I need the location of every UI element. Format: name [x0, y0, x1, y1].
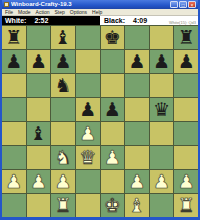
square-d7[interactable] [76, 50, 100, 73]
square-a8[interactable]: ♜ [2, 26, 26, 49]
menu-options[interactable]: Options [70, 9, 87, 16]
square-e5[interactable]: ♟ [101, 98, 125, 121]
square-c4[interactable] [51, 122, 75, 145]
black-knight: ♞ [55, 76, 72, 95]
square-h3[interactable] [174, 146, 198, 169]
square-a6[interactable] [2, 74, 26, 97]
white-clock: White: 2:52 [2, 16, 100, 25]
square-c5[interactable] [51, 98, 75, 121]
square-g7[interactable]: ♟ [150, 50, 174, 73]
square-c7[interactable]: ♟ [51, 50, 75, 73]
square-f2[interactable]: ♟ [125, 170, 149, 193]
square-c1[interactable]: ♜ [51, 194, 75, 217]
black-clock: Black: 4:09 [100, 16, 151, 25]
white-pawn: ♟ [79, 124, 96, 143]
square-d3[interactable]: ♛ [76, 146, 100, 169]
menu-help[interactable]: Help [92, 9, 102, 16]
white-bishop: ♝ [128, 196, 145, 215]
square-e3[interactable]: ♟ [101, 146, 125, 169]
square-h1[interactable]: ♜ [174, 194, 198, 217]
white-queen: ♛ [79, 148, 96, 167]
black-pawn: ♟ [30, 52, 47, 71]
white-pawn: ♟ [153, 172, 170, 191]
square-f4[interactable] [125, 122, 149, 145]
square-b5[interactable] [27, 98, 51, 121]
square-c3[interactable]: ♞ [51, 146, 75, 169]
square-g1[interactable] [150, 194, 174, 217]
square-g5[interactable]: ♛ [150, 98, 174, 121]
square-a2[interactable]: ♟ [2, 170, 26, 193]
square-b8[interactable] [27, 26, 51, 49]
minimize-button[interactable]: _ [170, 1, 178, 8]
square-d6[interactable] [76, 74, 100, 97]
square-c8[interactable]: ♝ [51, 26, 75, 49]
black-pawn: ♟ [153, 52, 170, 71]
chess-board: ♜♝♚♜♟♟♟♟♟♟♞♟♟♛♝♟♞♛♟♟♟♟♟♟♟♜♚♝♜ [2, 25, 198, 217]
square-b6[interactable] [27, 74, 51, 97]
window-title: Winboard-Crafty-19.3 [11, 0, 168, 9]
menu-mode[interactable]: Mode [18, 9, 31, 16]
square-f8[interactable] [125, 26, 149, 49]
black-pawn: ♟ [55, 52, 72, 71]
square-h4[interactable] [174, 122, 198, 145]
square-g6[interactable] [150, 74, 174, 97]
square-e4[interactable] [101, 122, 125, 145]
square-e7[interactable] [101, 50, 125, 73]
maximize-button[interactable]: □ [179, 1, 187, 8]
white-rook: ♜ [55, 196, 72, 215]
white-pawn: ♟ [128, 172, 145, 191]
square-d8[interactable] [76, 26, 100, 49]
white-pawn: ♟ [30, 172, 47, 191]
square-e2[interactable] [101, 170, 125, 193]
square-h6[interactable] [174, 74, 198, 97]
black-pawn: ♟ [79, 100, 96, 119]
white-clock-time: 2:52 [34, 17, 48, 24]
black-bishop: ♝ [30, 124, 47, 143]
square-e1[interactable]: ♚ [101, 194, 125, 217]
black-pawn: ♟ [128, 52, 145, 71]
menu-step[interactable]: Step [54, 9, 64, 16]
square-g3[interactable] [150, 146, 174, 169]
black-pawn: ♟ [5, 52, 22, 71]
square-c2[interactable]: ♟ [51, 170, 75, 193]
square-b2[interactable]: ♟ [27, 170, 51, 193]
square-g4[interactable] [150, 122, 174, 145]
square-b1[interactable] [27, 194, 51, 217]
square-a1[interactable] [2, 194, 26, 217]
square-a3[interactable] [2, 146, 26, 169]
black-pawn: ♟ [178, 52, 195, 71]
square-g2[interactable]: ♟ [150, 170, 174, 193]
square-h8[interactable]: ♜ [174, 26, 198, 49]
square-h5[interactable] [174, 98, 198, 121]
menu-action[interactable]: Action [36, 9, 50, 16]
square-f3[interactable] [125, 146, 149, 169]
app-icon [4, 2, 9, 7]
square-d1[interactable] [76, 194, 100, 217]
white-rook: ♜ [178, 196, 195, 215]
square-b3[interactable] [27, 146, 51, 169]
black-clock-label: Black: [104, 17, 125, 24]
black-clock-time: 4:09 [133, 17, 147, 24]
black-queen: ♛ [153, 100, 170, 119]
square-d4[interactable]: ♟ [76, 122, 100, 145]
square-g8[interactable] [150, 26, 174, 49]
white-pawn: ♟ [5, 172, 22, 191]
square-d2[interactable] [76, 170, 100, 193]
black-rook: ♜ [178, 28, 195, 47]
menu-file[interactable]: File [5, 9, 13, 16]
white-pawn: ♟ [55, 172, 72, 191]
square-d5[interactable]: ♟ [76, 98, 100, 121]
square-a4[interactable] [2, 122, 26, 145]
close-button[interactable]: × [188, 1, 196, 8]
black-pawn: ♟ [104, 100, 121, 119]
square-e6[interactable] [101, 74, 125, 97]
square-f5[interactable] [125, 98, 149, 121]
black-rook: ♜ [5, 28, 22, 47]
square-a5[interactable] [2, 98, 26, 121]
black-bishop: ♝ [55, 28, 72, 47]
square-h2[interactable]: ♟ [174, 170, 198, 193]
white-clock-label: White: [5, 17, 26, 24]
white-pawn: ♟ [178, 172, 195, 191]
winboard-window: Winboard-Crafty-19.3 _ □ × File Mode Act… [0, 0, 200, 220]
white-knight: ♞ [55, 148, 72, 167]
square-e8[interactable]: ♚ [101, 26, 125, 49]
square-h7[interactable]: ♟ [174, 50, 198, 73]
clock-bar: White: 2:52 Black: 4:09 White(15): Qd3 [2, 16, 198, 25]
white-pawn: ♟ [104, 148, 121, 167]
square-f1[interactable]: ♝ [125, 194, 149, 217]
square-a7[interactable]: ♟ [2, 50, 26, 73]
square-b7[interactable]: ♟ [27, 50, 51, 73]
black-king: ♚ [104, 28, 121, 47]
square-f7[interactable]: ♟ [125, 50, 149, 73]
message-line: White(15): Qd3 [169, 21, 196, 25]
square-b4[interactable]: ♝ [27, 122, 51, 145]
white-king: ♚ [104, 196, 121, 215]
menu-bar: File Mode Action Step Options Help [2, 9, 198, 16]
square-f6[interactable] [125, 74, 149, 97]
square-c6[interactable]: ♞ [51, 74, 75, 97]
